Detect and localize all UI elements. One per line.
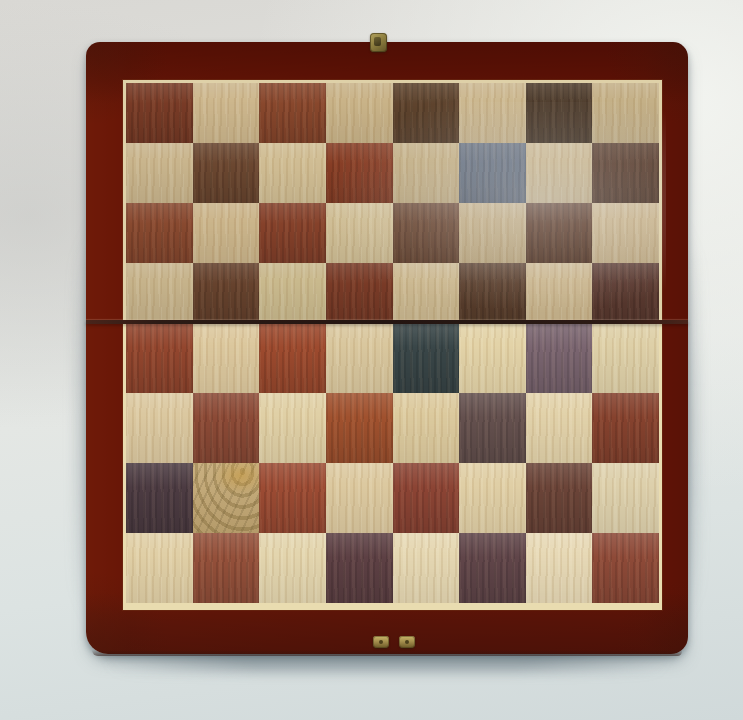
- square-b8[interactable]: [193, 83, 260, 143]
- table-surface: [0, 0, 743, 720]
- square-b2[interactable]: [193, 463, 260, 533]
- brass-clasp-icon: [370, 33, 387, 52]
- square-e2[interactable]: [393, 463, 460, 533]
- square-c5[interactable]: [259, 263, 326, 323]
- square-d6[interactable]: [326, 203, 393, 263]
- square-a4[interactable]: [126, 323, 193, 393]
- square-b5[interactable]: [193, 263, 260, 323]
- square-b1[interactable]: [193, 533, 260, 603]
- square-d8[interactable]: [326, 83, 393, 143]
- square-f4[interactable]: [459, 323, 526, 393]
- square-f5[interactable]: [459, 263, 526, 323]
- square-h3[interactable]: [592, 393, 659, 463]
- square-f7[interactable]: [459, 143, 526, 203]
- square-c4[interactable]: [259, 323, 326, 393]
- square-f8[interactable]: [459, 83, 526, 143]
- square-b4[interactable]: [193, 323, 260, 393]
- square-e6[interactable]: [393, 203, 460, 263]
- square-d3[interactable]: [326, 393, 393, 463]
- square-e4[interactable]: [393, 323, 460, 393]
- brass-hinge-right-icon: [399, 636, 415, 648]
- square-d4[interactable]: [326, 323, 393, 393]
- square-a3[interactable]: [126, 393, 193, 463]
- board-grid: [123, 80, 662, 610]
- square-h6[interactable]: [592, 203, 659, 263]
- square-b3[interactable]: [193, 393, 260, 463]
- square-d1[interactable]: [326, 533, 393, 603]
- square-c1[interactable]: [259, 533, 326, 603]
- square-a7[interactable]: [126, 143, 193, 203]
- square-a1[interactable]: [126, 533, 193, 603]
- square-f2[interactable]: [459, 463, 526, 533]
- square-e7[interactable]: [393, 143, 460, 203]
- fold-seam: [86, 320, 688, 324]
- square-g6[interactable]: [526, 203, 593, 263]
- square-a5[interactable]: [126, 263, 193, 323]
- square-f3[interactable]: [459, 393, 526, 463]
- square-g2[interactable]: [526, 463, 593, 533]
- square-g8[interactable]: [526, 83, 593, 143]
- square-c3[interactable]: [259, 393, 326, 463]
- square-h4[interactable]: [592, 323, 659, 393]
- square-c8[interactable]: [259, 83, 326, 143]
- square-e5[interactable]: [393, 263, 460, 323]
- square-g1[interactable]: [526, 533, 593, 603]
- square-c2[interactable]: [259, 463, 326, 533]
- square-e3[interactable]: [393, 393, 460, 463]
- brass-hinge-left-icon: [373, 636, 389, 648]
- square-f6[interactable]: [459, 203, 526, 263]
- square-a8[interactable]: [126, 83, 193, 143]
- square-d7[interactable]: [326, 143, 393, 203]
- square-c7[interactable]: [259, 143, 326, 203]
- square-g7[interactable]: [526, 143, 593, 203]
- square-d2[interactable]: [326, 463, 393, 533]
- square-h2[interactable]: [592, 463, 659, 533]
- square-h5[interactable]: [592, 263, 659, 323]
- square-e1[interactable]: [393, 533, 460, 603]
- square-g3[interactable]: [526, 393, 593, 463]
- square-h1[interactable]: [592, 533, 659, 603]
- square-h7[interactable]: [592, 143, 659, 203]
- square-a6[interactable]: [126, 203, 193, 263]
- square-d5[interactable]: [326, 263, 393, 323]
- square-b7[interactable]: [193, 143, 260, 203]
- square-h8[interactable]: [592, 83, 659, 143]
- square-a2[interactable]: [126, 463, 193, 533]
- square-g4[interactable]: [526, 323, 593, 393]
- square-e8[interactable]: [393, 83, 460, 143]
- chess-board-box: [86, 42, 688, 654]
- square-c6[interactable]: [259, 203, 326, 263]
- square-b6[interactable]: [193, 203, 260, 263]
- square-g5[interactable]: [526, 263, 593, 323]
- square-f1[interactable]: [459, 533, 526, 603]
